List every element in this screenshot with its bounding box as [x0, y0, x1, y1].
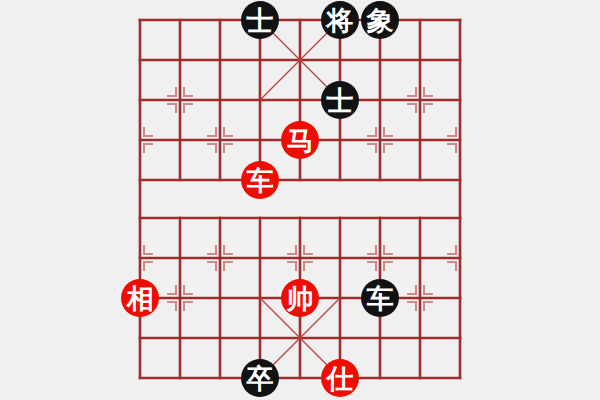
position-marker — [207, 245, 216, 254]
position-marker — [184, 302, 193, 311]
position-marker — [424, 104, 433, 113]
position-marker — [224, 144, 233, 153]
position-marker — [144, 245, 153, 254]
piece-black-elephant[interactable]: 象 — [361, 1, 399, 39]
xiangqi-board[interactable] — [0, 0, 600, 400]
piece-black-soldier[interactable]: 卒 — [241, 359, 279, 397]
position-marker — [447, 144, 456, 153]
piece-red-elephant[interactable]: 相 — [121, 279, 159, 317]
position-marker — [424, 87, 433, 96]
position-marker — [224, 127, 233, 136]
position-marker — [144, 262, 153, 271]
position-marker — [407, 87, 416, 96]
piece-red-chariot[interactable]: 车 — [241, 161, 279, 199]
position-marker — [367, 262, 376, 271]
position-marker — [384, 262, 393, 271]
position-marker — [384, 127, 393, 136]
piece-red-general[interactable]: 帅 — [281, 279, 319, 317]
position-marker — [167, 104, 176, 113]
position-marker — [207, 127, 216, 136]
position-marker — [407, 302, 416, 311]
position-marker — [367, 127, 376, 136]
position-marker — [184, 104, 193, 113]
position-marker — [424, 285, 433, 294]
piece-red-advisor[interactable]: 仕 — [321, 359, 359, 397]
position-marker — [424, 302, 433, 311]
position-marker — [184, 87, 193, 96]
position-marker — [447, 262, 456, 271]
piece-black-general[interactable]: 将 — [321, 1, 359, 39]
position-marker — [207, 144, 216, 153]
position-marker — [367, 245, 376, 254]
position-marker — [304, 245, 313, 254]
position-marker — [407, 285, 416, 294]
position-marker — [447, 245, 456, 254]
position-marker — [224, 245, 233, 254]
position-marker — [167, 285, 176, 294]
position-marker — [287, 262, 296, 271]
position-marker — [447, 127, 456, 136]
position-marker — [384, 144, 393, 153]
position-marker — [407, 104, 416, 113]
position-marker — [384, 245, 393, 254]
piece-black-advisor-2[interactable]: 士 — [321, 81, 359, 119]
position-marker — [367, 144, 376, 153]
position-marker — [224, 262, 233, 271]
position-marker — [167, 302, 176, 311]
piece-black-chariot[interactable]: 车 — [361, 279, 399, 317]
position-marker — [167, 87, 176, 96]
position-marker — [144, 144, 153, 153]
position-marker — [304, 262, 313, 271]
piece-red-horse[interactable]: 马 — [281, 121, 319, 159]
piece-black-advisor-1[interactable]: 士 — [241, 1, 279, 39]
xiangqi-app: 士将象士马车相帅车卒仕 — [0, 0, 600, 400]
position-marker — [144, 127, 153, 136]
position-marker — [207, 262, 216, 271]
position-marker — [287, 245, 296, 254]
position-marker — [184, 285, 193, 294]
